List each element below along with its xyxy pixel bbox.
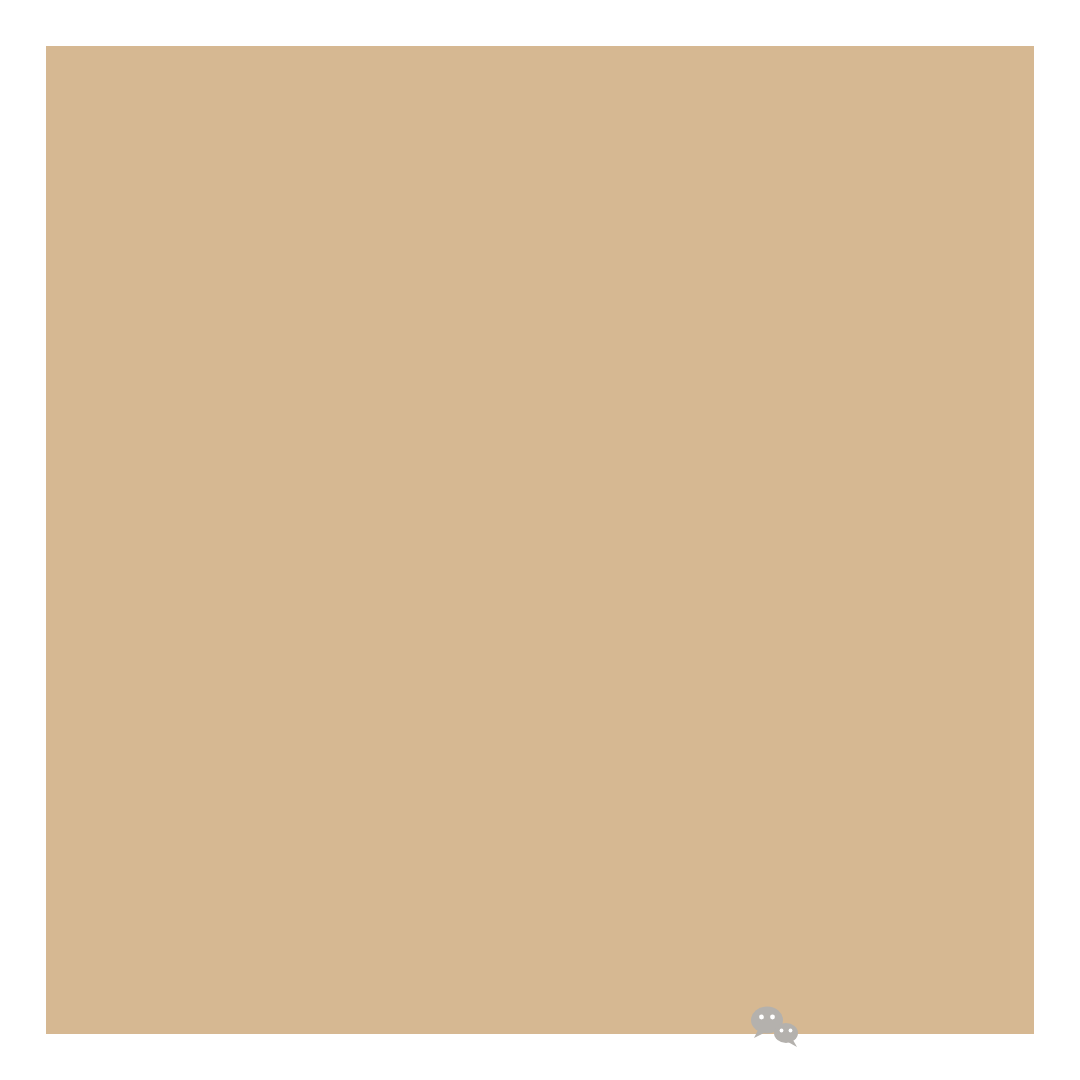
goban[interactable] [46,46,1034,1034]
wechat-icon [750,1005,800,1049]
watermark [750,1005,806,1049]
go-game-diagram [0,0,1080,1080]
